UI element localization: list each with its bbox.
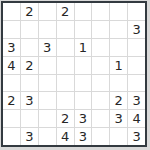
empty-cell-r5c1[interactable] [3,75,20,92]
clue-cell-r7c7: 3 [110,110,127,127]
clue-cell-r8c5: 3 [75,128,92,145]
empty-cell-r7c6[interactable] [92,110,109,127]
empty-cell-r4c3[interactable] [39,57,56,74]
empty-cell-r2c5[interactable] [75,21,92,38]
empty-cell-r8c3[interactable] [39,128,56,145]
empty-cell-r4c8[interactable] [128,57,145,74]
empty-cell-r3c2[interactable] [21,39,38,56]
puzzle-board: 223331421232323343433 [1,1,147,147]
clue-cell-r8c4: 4 [57,128,74,145]
empty-cell-r3c8[interactable] [128,39,145,56]
empty-cell-r3c6[interactable] [92,39,109,56]
empty-cell-r2c4[interactable] [57,21,74,38]
clue-cell-r3c3: 3 [39,39,56,56]
empty-cell-r5c4[interactable] [57,75,74,92]
clue-cell-r8c8: 3 [128,128,145,145]
empty-cell-r2c3[interactable] [39,21,56,38]
empty-cell-r6c5[interactable] [75,92,92,109]
clue-cell-r8c2: 3 [21,128,38,145]
empty-cell-r1c6[interactable] [92,3,109,20]
empty-cell-r1c5[interactable] [75,3,92,20]
empty-cell-r5c5[interactable] [75,75,92,92]
clue-cell-r3c5: 1 [75,39,92,56]
empty-cell-r1c7[interactable] [110,3,127,20]
empty-cell-r5c2[interactable] [21,75,38,92]
empty-cell-r7c1[interactable] [3,110,20,127]
clue-cell-r2c8: 3 [128,21,145,38]
clue-cell-r4c1: 4 [3,57,20,74]
empty-cell-r4c6[interactable] [92,57,109,74]
clue-cell-r7c5: 3 [75,110,92,127]
empty-cell-r3c7[interactable] [110,39,127,56]
clue-cell-r6c1: 2 [3,92,20,109]
empty-cell-r6c4[interactable] [57,92,74,109]
empty-cell-r5c6[interactable] [92,75,109,92]
empty-cell-r6c6[interactable] [92,92,109,109]
empty-cell-r7c2[interactable] [21,110,38,127]
empty-cell-r4c4[interactable] [57,57,74,74]
clue-cell-r1c4: 2 [57,3,74,20]
clue-cell-r6c2: 3 [21,92,38,109]
clue-cell-r6c7: 2 [110,92,127,109]
clue-cell-r4c2: 2 [21,57,38,74]
empty-cell-r2c1[interactable] [3,21,20,38]
clue-cell-r1c2: 2 [21,3,38,20]
empty-cell-r3c4[interactable] [57,39,74,56]
clue-cell-r4c7: 1 [110,57,127,74]
empty-cell-r8c6[interactable] [92,128,109,145]
empty-cell-r1c8[interactable] [128,3,145,20]
empty-cell-r4c5[interactable] [75,57,92,74]
empty-cell-r5c3[interactable] [39,75,56,92]
empty-cell-r5c8[interactable] [128,75,145,92]
empty-cell-r2c6[interactable] [92,21,109,38]
empty-cell-r2c7[interactable] [110,21,127,38]
clue-cell-r6c8: 3 [128,92,145,109]
clue-cell-r7c8: 4 [128,110,145,127]
empty-cell-r8c1[interactable] [3,128,20,145]
clue-cell-r3c1: 3 [3,39,20,56]
empty-cell-r6c3[interactable] [39,92,56,109]
empty-cell-r1c3[interactable] [39,3,56,20]
empty-cell-r5c7[interactable] [110,75,127,92]
page-background: 223331421232323343433 [0,0,150,150]
empty-cell-r2c2[interactable] [21,21,38,38]
empty-cell-r8c7[interactable] [110,128,127,145]
empty-cell-r1c1[interactable] [3,3,20,20]
empty-cell-r7c3[interactable] [39,110,56,127]
clue-cell-r7c4: 2 [57,110,74,127]
